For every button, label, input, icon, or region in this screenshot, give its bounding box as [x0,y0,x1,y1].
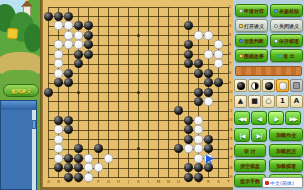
black-stone[interactable] [64,12,73,21]
book-icon [239,54,243,58]
black-stone[interactable] [54,116,63,125]
column-label: N [166,180,171,184]
black-stone[interactable] [74,173,83,182]
alternate-move-tool[interactable] [248,79,261,92]
black-stone[interactable] [194,97,203,106]
chat-scrollbar[interactable] [32,110,36,190]
black-stone[interactable] [184,135,193,144]
white-stone[interactable] [204,50,213,59]
circle-icon: ○ [265,98,271,105]
button-label: 申请对弈 [244,8,264,14]
close-lecture-button[interactable]: 关闭讲义 [270,19,303,32]
discuss-button[interactable]: 研 讨 [234,144,266,157]
praise-button[interactable]: 表扬鼓励 [270,4,303,17]
grid-line [218,7,219,178]
eraser-tool[interactable] [290,79,303,92]
black-stone[interactable] [64,125,73,134]
ime-status-bar[interactable]: 中文(简体) [262,177,303,188]
black-stone[interactable] [184,163,193,172]
black-stone[interactable] [54,163,63,172]
black-stone[interactable] [184,50,193,59]
apply-game-button[interactable]: 申请对弈 [235,4,268,17]
black-stone[interactable] [84,40,93,49]
button-label: 保存棋谱 [279,38,299,44]
black-stone[interactable] [204,88,213,97]
mark-circle-tool[interactable]: ○ [262,95,275,108]
app-window: 返回讲义 A1B2C3D4E5F6G7H8J9K10L11M12N13O14P1… [0,0,304,190]
chat-scroll-thumb[interactable] [32,120,36,129]
return-to-lecture-button[interactable]: 返回讲义 [3,84,39,97]
mark-letter-tool[interactable]: A [290,95,303,108]
white-stone[interactable] [214,50,223,59]
control-panel: 申请对弈 表扬鼓励 打开讲义 关闭讲义 形势判断 保存棋谱 围棋故事 退 出 [233,0,304,190]
black-stone[interactable] [64,154,73,163]
white-stone[interactable] [104,154,113,163]
black-stone[interactable] [64,173,73,182]
black-stone[interactable] [184,125,193,134]
estimate-icon [239,39,243,43]
black-stone[interactable] [194,69,203,78]
scenery-panel: 返回讲义 [0,0,40,190]
place-black-tool[interactable] [234,79,247,92]
grid-line [168,7,169,178]
place-black-numbered-tool[interactable] [262,79,275,92]
white-stone[interactable] [54,125,63,134]
fast-forward-button[interactable]: ▶▶ [285,111,301,125]
number-icon: 1 [280,98,285,105]
white-stone[interactable] [194,125,203,134]
white-stone[interactable] [204,97,213,106]
button-label: 打开讲义 [244,23,264,29]
tree-art [24,24,40,52]
black-stone[interactable] [204,69,213,78]
column-label: H [116,180,121,184]
black-stone[interactable] [84,50,93,59]
black-stone[interactable] [74,154,83,163]
black-stone[interactable] [64,78,73,87]
toolbar-shelf [235,66,302,76]
black-stone[interactable] [194,88,203,97]
white-stone[interactable] [204,31,213,40]
board-edge [40,187,233,190]
black-stone[interactable] [64,163,73,172]
button-label: 退 出 [283,53,295,59]
white-stone[interactable] [214,40,223,49]
place-white-tool[interactable] [276,79,289,92]
chat-window[interactable] [0,100,37,190]
black-stone[interactable] [84,31,93,40]
column-label: G [106,180,111,184]
save-kifu-button[interactable]: 保存棋谱 [270,34,303,47]
white-stone[interactable] [184,144,193,153]
load-homework-button[interactable]: 加载作业 [269,128,303,141]
black-stone[interactable] [194,173,203,182]
letter-icon: A [294,98,299,105]
button-label: 围棋故事 [244,53,264,59]
button-label: 关闭讲义 [279,23,299,29]
star-point [137,91,140,94]
white-stone-icon [279,82,287,90]
step-backward-button[interactable]: ◀ [251,111,267,125]
black-stone[interactable] [54,78,63,87]
column-label: B [56,180,61,184]
ime-text: 中文(简体) [270,180,294,186]
grid-line [228,7,229,178]
black-stone[interactable] [194,163,203,172]
white-stone[interactable] [194,116,203,125]
column-label: S [216,180,221,184]
white-stone[interactable] [54,144,63,153]
black-stone[interactable] [74,163,83,172]
black-stone[interactable] [204,144,213,153]
black-stone[interactable] [74,144,83,153]
open-lecture-button[interactable]: 打开讲义 [235,19,268,32]
exit-icon [278,54,282,58]
black-stone[interactable] [204,135,213,144]
black-stone[interactable] [184,116,193,125]
white-stone[interactable] [84,173,93,182]
white-stone[interactable] [64,40,73,49]
button-label: 形势判断 [244,38,264,44]
mark-square-tool[interactable]: ■ [248,95,261,108]
black-stone[interactable] [44,12,53,21]
black-stone[interactable] [204,78,213,87]
black-stone[interactable] [194,59,203,68]
square-icon: ■ [251,98,258,105]
black-stone[interactable] [54,12,63,21]
column-label: L [146,180,151,184]
triangle-icon: ▲ [238,98,243,105]
white-stone[interactable] [54,50,63,59]
white-stone[interactable] [84,154,93,163]
ime-icon [265,181,269,185]
column-label: T [226,180,231,184]
apply-game-icon [239,9,243,13]
black-stone[interactable] [184,21,193,30]
black-stone[interactable] [74,59,83,68]
exit-button[interactable]: 退 出 [270,49,303,62]
go-to-start-button[interactable]: |◀ [234,128,250,142]
column-label: K [136,180,141,184]
black-stone[interactable] [184,40,193,49]
grid-line [148,7,149,178]
column-label: R [206,180,211,184]
black-stone[interactable] [64,69,73,78]
black-stone-icon [265,82,273,90]
eraser-icon [293,82,300,89]
mark-triangle-tool[interactable]: ▲ [234,95,247,108]
go-to-end-button[interactable]: ▶| [251,128,267,142]
white-stone[interactable] [64,21,73,30]
white-stone[interactable] [194,154,203,163]
go-story-button[interactable]: 围棋故事 [235,49,268,62]
white-stone[interactable] [54,135,63,144]
white-stone[interactable] [94,163,103,172]
white-stone[interactable] [194,144,203,153]
sign-art [6,27,18,39]
black-stone[interactable] [214,78,223,87]
black-stone[interactable] [184,173,193,182]
black-stone[interactable] [174,144,183,153]
white-stone[interactable] [74,31,83,40]
white-stone[interactable] [74,40,83,49]
estimate-score-button[interactable]: 形势判断 [235,34,268,47]
star-point [137,34,140,37]
white-stone[interactable] [54,154,63,163]
white-stone[interactable] [54,40,63,49]
white-stone[interactable] [64,31,73,40]
white-stone[interactable] [54,21,63,30]
column-label: O [176,180,181,184]
button-label: 表扬鼓励 [279,8,299,14]
black-stone[interactable] [184,59,193,68]
black-stone[interactable] [84,21,93,30]
chat-window-titlebar[interactable] [1,101,36,110]
white-stone[interactable] [214,59,223,68]
folder-icon [239,24,243,28]
clock-icon [274,24,278,28]
column-label: M [156,180,161,184]
black-stone-icon [237,82,245,90]
star-point [77,91,80,94]
black-stone[interactable] [64,116,73,125]
column-label: F [96,180,101,184]
go-board[interactable]: A1B2C3D4E5F6G7H8J9K10L11M12N13O14P15Q16R… [40,0,233,190]
white-stone[interactable] [84,163,93,172]
black-stone[interactable] [44,88,53,97]
fast-backward-button[interactable]: ◀◀ [234,111,250,125]
step-forward-button[interactable]: ▶ [268,111,284,125]
star-point [137,147,140,150]
disk-icon [274,39,278,43]
column-label: A [46,180,51,184]
white-stone[interactable] [194,135,203,144]
half-stone-icon [251,82,259,90]
white-stone[interactable] [194,31,203,40]
column-label: J [126,180,131,184]
black-stone[interactable] [74,50,83,59]
white-stone[interactable] [54,69,63,78]
board-edge [40,0,43,190]
clear-board-button[interactable]: 清空棋盘 [234,159,266,172]
load-tsumego-button[interactable]: 加载死活 [269,144,303,157]
black-stone[interactable] [94,144,103,153]
black-stone[interactable] [174,106,183,115]
load-kifu-button[interactable]: 加载棋谱 [269,159,303,172]
grid-line [48,111,229,112]
white-stone[interactable] [54,59,63,68]
grid-line [158,7,159,178]
black-stone[interactable] [74,21,83,30]
praise-icon [274,9,278,13]
mark-number-tool[interactable]: 1 [276,95,289,108]
